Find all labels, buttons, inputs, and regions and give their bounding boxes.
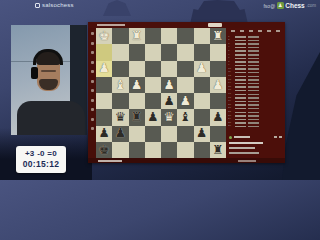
white-move-text[interactable] <box>235 68 246 70</box>
white-rook-piece: ♜ <box>131 30 142 43</box>
black-move-text[interactable] <box>248 68 259 70</box>
square-d1[interactable] <box>161 28 177 44</box>
square-a1[interactable]: ♜ <box>210 28 226 44</box>
square-c5[interactable]: ♟ <box>177 93 193 109</box>
headphones-band <box>33 49 63 65</box>
square-e4[interactable] <box>145 77 161 93</box>
move-number: 26. <box>228 125 233 128</box>
square-h6[interactable] <box>96 109 112 125</box>
tool-icon[interactable] <box>91 118 94 121</box>
square-h2[interactable] <box>96 44 112 60</box>
square-d6[interactable]: ♛ <box>161 109 177 125</box>
tool-icon[interactable] <box>91 89 94 92</box>
play-button[interactable] <box>208 23 222 27</box>
white-move-text[interactable] <box>235 43 246 45</box>
status-bar-left-text <box>98 160 122 162</box>
panel-tab-icon[interactable] <box>258 30 262 32</box>
black-move-text[interactable] <box>248 50 259 52</box>
square-c2[interactable] <box>177 44 193 60</box>
square-e5[interactable] <box>145 93 161 109</box>
white-pawn-piece: ♟ <box>196 62 207 75</box>
white-move-text[interactable] <box>235 104 246 106</box>
black-move-text[interactable] <box>248 101 259 103</box>
streamer-eyes <box>41 70 56 72</box>
square-c1[interactable] <box>177 28 193 44</box>
black-move-text[interactable] <box>248 65 259 67</box>
black-move-text[interactable] <box>248 115 259 117</box>
white-king-piece: ♚ <box>99 30 110 43</box>
white-queen-piece: ♛ <box>164 111 175 124</box>
square-d5[interactable]: ♟ <box>161 93 177 109</box>
white-move-text[interactable] <box>235 76 246 78</box>
square-g5[interactable] <box>112 93 128 109</box>
black-move-text[interactable] <box>248 36 259 38</box>
white-move-text[interactable] <box>235 90 246 92</box>
square-d8[interactable] <box>161 142 177 158</box>
square-g6[interactable]: ♛ <box>112 109 128 125</box>
black-move-text[interactable] <box>248 72 259 74</box>
white-move-text[interactable] <box>235 86 246 88</box>
chesscom-logo: fso@ ♟ Chess .com <box>263 2 316 9</box>
square-b3[interactable]: ♟ <box>194 61 210 77</box>
square-g8[interactable] <box>112 142 128 158</box>
square-h4[interactable] <box>96 77 112 93</box>
square-e7[interactable] <box>145 126 161 142</box>
tool-icon[interactable] <box>91 70 94 73</box>
session-timer: 00:15:12 <box>16 159 66 169</box>
square-b5[interactable] <box>194 93 210 109</box>
black-move-text[interactable] <box>248 90 259 92</box>
black-move-text[interactable] <box>248 104 259 106</box>
white-move-text[interactable] <box>235 54 246 56</box>
black-move-text[interactable] <box>248 76 259 78</box>
white-move-text[interactable] <box>235 101 246 103</box>
white-move-text[interactable] <box>235 122 246 124</box>
white-move-text[interactable] <box>235 50 246 52</box>
chess-board: ♚♜♜♟♟♝♟♟♟♟♟♛♜♟♛♝♟♟♟♟♚♜ <box>96 28 226 158</box>
black-move-text[interactable] <box>248 58 259 60</box>
black-move-text[interactable] <box>248 126 259 128</box>
white-move-text[interactable] <box>235 61 246 63</box>
square-d7[interactable] <box>161 126 177 142</box>
black-rook-piece: ♜ <box>131 111 142 124</box>
square-f3[interactable] <box>129 61 145 77</box>
move-list-panel: 1.2.3.4.5.6.7.8.9.10.11.12.13.14.15.16.1… <box>226 28 285 158</box>
square-f5[interactable] <box>129 93 145 109</box>
black-move-text[interactable] <box>248 122 259 124</box>
white-pawn-piece: ♟ <box>131 79 142 92</box>
square-a7[interactable] <box>210 126 226 142</box>
tool-icon[interactable] <box>91 61 94 64</box>
session-record: +3 -0 =0 <box>16 149 66 158</box>
app-status-bar <box>88 158 285 163</box>
black-pawn-piece: ♟ <box>115 127 126 140</box>
left-tool-strip <box>88 28 96 158</box>
opponent-info-row <box>229 135 282 139</box>
square-c4[interactable] <box>177 77 193 93</box>
black-move-text[interactable] <box>248 112 259 114</box>
pawn-icon: ♟ <box>277 2 284 9</box>
square-c6[interactable]: ♝ <box>177 109 193 125</box>
chesscom-logo-brand: Chess <box>285 2 305 9</box>
move-list-row[interactable]: 26. <box>228 125 283 129</box>
black-pawn-piece: ♟ <box>164 95 175 108</box>
white-move-text[interactable] <box>235 72 246 74</box>
square-b4[interactable] <box>194 77 210 93</box>
panel-action-link[interactable] <box>229 142 263 144</box>
white-move-text[interactable] <box>235 65 246 67</box>
online-status-icon <box>229 136 232 139</box>
black-move-text[interactable] <box>248 86 259 88</box>
square-b1[interactable] <box>194 28 210 44</box>
black-bishop-piece: ♝ <box>180 111 191 124</box>
black-pawn-piece: ♟ <box>212 111 223 124</box>
square-h3[interactable]: ♟ <box>96 61 112 77</box>
background-castle-tower-silhouette <box>190 0 248 24</box>
panel-tab-icon[interactable] <box>249 30 253 32</box>
square-f8[interactable] <box>129 142 145 158</box>
background-mountain-silhouette <box>282 52 320 180</box>
tool-icon[interactable] <box>91 80 94 83</box>
black-move-text[interactable] <box>248 43 259 45</box>
streamer-torso <box>17 101 85 135</box>
square-e8[interactable] <box>145 142 161 158</box>
black-move-text[interactable] <box>248 108 259 110</box>
panel-action-link[interactable] <box>229 152 259 154</box>
black-queen-piece: ♛ <box>115 111 126 124</box>
white-move-text[interactable] <box>235 112 246 114</box>
white-move-text[interactable] <box>235 40 246 42</box>
square-g2[interactable] <box>112 44 128 60</box>
square-d3[interactable] <box>161 61 177 77</box>
square-a8[interactable]: ♜ <box>210 142 226 158</box>
headphones-earcup <box>31 67 38 79</box>
app-title-text <box>97 24 125 26</box>
square-g4[interactable]: ♝ <box>112 77 128 93</box>
square-h7[interactable]: ♟ <box>96 126 112 142</box>
white-move-text[interactable] <box>235 83 246 85</box>
black-move-text[interactable] <box>248 83 259 85</box>
white-move-text[interactable] <box>235 94 246 96</box>
panel-action-link[interactable] <box>229 147 255 149</box>
black-move-text[interactable] <box>248 97 259 99</box>
black-pawn-piece: ♟ <box>99 127 110 140</box>
panel-tab-icon[interactable] <box>276 30 280 32</box>
white-bishop-piece: ♝ <box>115 79 126 92</box>
status-bar-right-text <box>238 160 256 162</box>
square-h8[interactable]: ♚ <box>96 142 112 158</box>
white-move-text[interactable] <box>235 97 246 99</box>
white-move-text[interactable] <box>235 119 246 121</box>
square-a5[interactable] <box>210 93 226 109</box>
square-h1[interactable]: ♚ <box>96 28 112 44</box>
streamer-logo: salsochess <box>35 2 74 8</box>
tool-icon[interactable] <box>91 99 94 102</box>
chesscom-logo-tld: .com <box>306 3 316 8</box>
black-move-text[interactable] <box>248 94 259 96</box>
white-rook-piece: ♜ <box>212 30 223 43</box>
square-b8[interactable] <box>194 142 210 158</box>
square-g3[interactable] <box>112 61 128 77</box>
panel-tab-icon[interactable] <box>267 30 271 32</box>
black-king-piece: ♚ <box>99 144 110 157</box>
square-g1[interactable] <box>112 28 128 44</box>
square-f7[interactable] <box>129 126 145 142</box>
tool-icon[interactable] <box>91 127 94 130</box>
square-a2[interactable] <box>210 44 226 60</box>
tool-icon[interactable] <box>91 42 94 45</box>
square-g7[interactable]: ♟ <box>112 126 128 142</box>
white-pawn-piece: ♟ <box>180 95 191 108</box>
panel-tab-bar <box>226 29 285 33</box>
square-a3[interactable] <box>210 61 226 77</box>
panel-tab-icon[interactable] <box>240 30 244 32</box>
white-move-text[interactable] <box>235 58 246 60</box>
streamer-logo-icon <box>35 3 40 8</box>
white-move-text[interactable] <box>235 36 246 38</box>
square-a6[interactable]: ♟ <box>210 109 226 125</box>
black-move-text[interactable] <box>248 119 259 121</box>
webcam-feed <box>11 25 87 135</box>
square-b6[interactable] <box>194 109 210 125</box>
black-move-text[interactable] <box>248 47 259 49</box>
white-move-text[interactable] <box>235 47 246 49</box>
white-move-text[interactable] <box>235 126 246 128</box>
panel-tab-icon[interactable] <box>231 30 235 32</box>
white-pawn-piece: ♟ <box>99 62 110 75</box>
square-f6[interactable]: ♜ <box>129 109 145 125</box>
score-number-text <box>274 136 277 138</box>
square-c3[interactable] <box>177 61 193 77</box>
square-e1[interactable] <box>145 28 161 44</box>
black-pawn-piece: ♟ <box>147 111 158 124</box>
square-d2[interactable] <box>161 44 177 60</box>
black-rook-piece: ♜ <box>212 144 223 157</box>
black-move-text[interactable] <box>248 79 259 81</box>
move-list[interactable]: 1.2.3.4.5.6.7.8.9.10.11.12.13.14.15.16.1… <box>228 35 283 129</box>
square-e2[interactable] <box>145 44 161 60</box>
square-f4[interactable]: ♟ <box>129 77 145 93</box>
square-f1[interactable]: ♜ <box>129 28 145 44</box>
tool-icon[interactable] <box>91 32 94 35</box>
square-c7[interactable] <box>177 126 193 142</box>
square-b7[interactable]: ♟ <box>194 126 210 142</box>
white-move-text[interactable] <box>235 108 246 110</box>
square-c8[interactable] <box>177 142 193 158</box>
tool-icon[interactable] <box>91 51 94 54</box>
session-score-overlay: +3 -0 =0 00:15:12 <box>16 146 66 173</box>
streamer-logo-text: salsochess <box>42 2 74 8</box>
chesscom-logo-prefix: fso@ <box>263 3 275 9</box>
black-move-text[interactable] <box>248 61 259 63</box>
score-number-text <box>279 136 282 138</box>
tool-icon[interactable] <box>91 108 94 111</box>
square-h5[interactable] <box>96 93 112 109</box>
white-pawn-piece: ♟ <box>212 79 223 92</box>
white-move-text[interactable] <box>235 79 246 81</box>
opponent-name-text <box>234 136 250 138</box>
black-move-text[interactable] <box>248 40 259 42</box>
square-a4[interactable]: ♟ <box>210 77 226 93</box>
chess-app-window: ♚♜♜♟♟♝♟♟♟♟♟♛♜♟♛♝♟♟♟♟♚♜ 1.2.3.4.5.6.7.8.9… <box>88 22 285 163</box>
background-spire-silhouette <box>103 0 131 16</box>
square-f2[interactable] <box>129 44 145 60</box>
square-e6[interactable]: ♟ <box>145 109 161 125</box>
black-pawn-piece: ♟ <box>196 127 207 140</box>
square-e3[interactable] <box>145 61 161 77</box>
white-move-text[interactable] <box>235 115 246 117</box>
square-d4[interactable]: ♟ <box>161 77 177 93</box>
black-move-text[interactable] <box>248 54 259 56</box>
white-pawn-piece: ♟ <box>164 79 175 92</box>
square-b2[interactable] <box>194 44 210 60</box>
